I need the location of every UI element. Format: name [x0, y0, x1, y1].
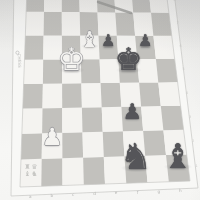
piece-black-pawn-f3: ♟ — [122, 100, 141, 122]
piece-black-bishop-h1: ♝ — [162, 139, 193, 173]
pieces-layer: ♚♝♟♚♟♟♟♞♝ — [0, 0, 200, 200]
piece-black-pawn-e6: ♟ — [101, 34, 116, 50]
piece-black-pawn-g6: ♟ — [138, 34, 153, 50]
piece-black-knight-f1: ♞ — [120, 138, 152, 174]
piece-white-pawn-b2: ♟ — [42, 126, 63, 150]
chessboard-photo: abcdefgh12345678CHESS♜♛♝♞ ♚♝♟♚♟♟♟♞♝ — [0, 0, 200, 200]
piece-white-bishop-d6: ♝ — [80, 29, 99, 51]
